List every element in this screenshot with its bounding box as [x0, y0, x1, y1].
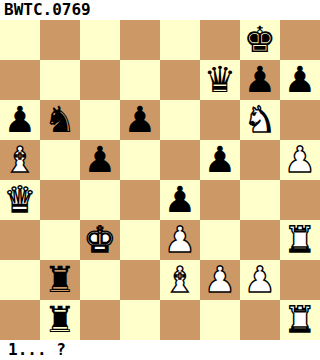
square-e7[interactable] [160, 60, 200, 100]
square-f1[interactable] [200, 300, 240, 340]
square-a6[interactable]: ♟ [0, 100, 40, 140]
square-d2[interactable] [120, 260, 160, 300]
black-rook-icon: ♜ [44, 302, 76, 338]
square-f6[interactable] [200, 100, 240, 140]
square-e4[interactable]: ♟ [160, 180, 200, 220]
square-a8[interactable] [0, 20, 40, 60]
square-b1[interactable]: ♜ [40, 300, 80, 340]
square-h3[interactable]: ♜ [280, 220, 320, 260]
black-pawn-icon: ♟ [164, 182, 196, 218]
square-d3[interactable] [120, 220, 160, 260]
square-c6[interactable] [80, 100, 120, 140]
black-rook-icon: ♜ [44, 262, 76, 298]
chess-diagram: BWTC.0769 ♚♛♟♟♟♞♟♞♝♟♟♟♛♟♚♟♜♜♝♟♟♜♜ 1... ? [0, 0, 320, 360]
black-pawn-icon: ♟ [124, 102, 156, 138]
square-g7[interactable]: ♟ [240, 60, 280, 100]
black-pawn-icon: ♟ [284, 62, 316, 98]
white-bishop-icon: ♝ [164, 262, 196, 298]
square-a4[interactable]: ♛ [0, 180, 40, 220]
white-king-icon: ♚ [84, 222, 116, 258]
square-g3[interactable] [240, 220, 280, 260]
square-b2[interactable]: ♜ [40, 260, 80, 300]
square-f2[interactable]: ♟ [200, 260, 240, 300]
square-h2[interactable] [280, 260, 320, 300]
square-h6[interactable] [280, 100, 320, 140]
black-pawn-icon: ♟ [244, 62, 276, 98]
square-a7[interactable] [0, 60, 40, 100]
white-rook-icon: ♜ [284, 302, 316, 338]
square-c7[interactable] [80, 60, 120, 100]
black-pawn-icon: ♟ [84, 142, 116, 178]
square-d8[interactable] [120, 20, 160, 60]
square-b3[interactable] [40, 220, 80, 260]
white-bishop-icon: ♝ [4, 142, 36, 178]
square-b6[interactable]: ♞ [40, 100, 80, 140]
square-h8[interactable] [280, 20, 320, 60]
square-g5[interactable] [240, 140, 280, 180]
square-a1[interactable] [0, 300, 40, 340]
white-knight-icon: ♞ [244, 102, 276, 138]
square-h1[interactable]: ♜ [280, 300, 320, 340]
diagram-title: BWTC.0769 [0, 0, 320, 20]
square-c1[interactable] [80, 300, 120, 340]
square-c5[interactable]: ♟ [80, 140, 120, 180]
square-d5[interactable] [120, 140, 160, 180]
square-d4[interactable] [120, 180, 160, 220]
white-pawn-icon: ♟ [164, 222, 196, 258]
square-h5[interactable]: ♟ [280, 140, 320, 180]
square-h7[interactable]: ♟ [280, 60, 320, 100]
black-knight-icon: ♞ [44, 102, 76, 138]
square-a2[interactable] [0, 260, 40, 300]
square-d6[interactable]: ♟ [120, 100, 160, 140]
white-queen-icon: ♛ [4, 182, 36, 218]
move-prompt: 1... ? [0, 340, 320, 360]
square-h4[interactable] [280, 180, 320, 220]
square-e3[interactable]: ♟ [160, 220, 200, 260]
chess-board: ♚♛♟♟♟♞♟♞♝♟♟♟♛♟♚♟♜♜♝♟♟♜♜ [0, 20, 320, 340]
square-g6[interactable]: ♞ [240, 100, 280, 140]
square-e8[interactable] [160, 20, 200, 60]
square-e6[interactable] [160, 100, 200, 140]
square-g1[interactable] [240, 300, 280, 340]
black-king-icon: ♚ [244, 22, 276, 58]
square-f8[interactable] [200, 20, 240, 60]
square-f5[interactable]: ♟ [200, 140, 240, 180]
white-pawn-icon: ♟ [204, 262, 236, 298]
square-f4[interactable] [200, 180, 240, 220]
square-a5[interactable]: ♝ [0, 140, 40, 180]
square-f3[interactable] [200, 220, 240, 260]
black-queen-icon: ♛ [204, 62, 236, 98]
square-e2[interactable]: ♝ [160, 260, 200, 300]
square-b8[interactable] [40, 20, 80, 60]
square-e1[interactable] [160, 300, 200, 340]
white-rook-icon: ♜ [284, 222, 316, 258]
square-f7[interactable]: ♛ [200, 60, 240, 100]
square-d1[interactable] [120, 300, 160, 340]
square-c3[interactable]: ♚ [80, 220, 120, 260]
white-pawn-icon: ♟ [284, 142, 316, 178]
square-g2[interactable]: ♟ [240, 260, 280, 300]
white-pawn-icon: ♟ [244, 262, 276, 298]
square-e5[interactable] [160, 140, 200, 180]
square-c8[interactable] [80, 20, 120, 60]
square-g8[interactable]: ♚ [240, 20, 280, 60]
square-b5[interactable] [40, 140, 80, 180]
square-c4[interactable] [80, 180, 120, 220]
square-b7[interactable] [40, 60, 80, 100]
square-g4[interactable] [240, 180, 280, 220]
square-b4[interactable] [40, 180, 80, 220]
square-a3[interactable] [0, 220, 40, 260]
black-pawn-icon: ♟ [204, 142, 236, 178]
square-d7[interactable] [120, 60, 160, 100]
black-pawn-icon: ♟ [4, 102, 36, 138]
square-c2[interactable] [80, 260, 120, 300]
